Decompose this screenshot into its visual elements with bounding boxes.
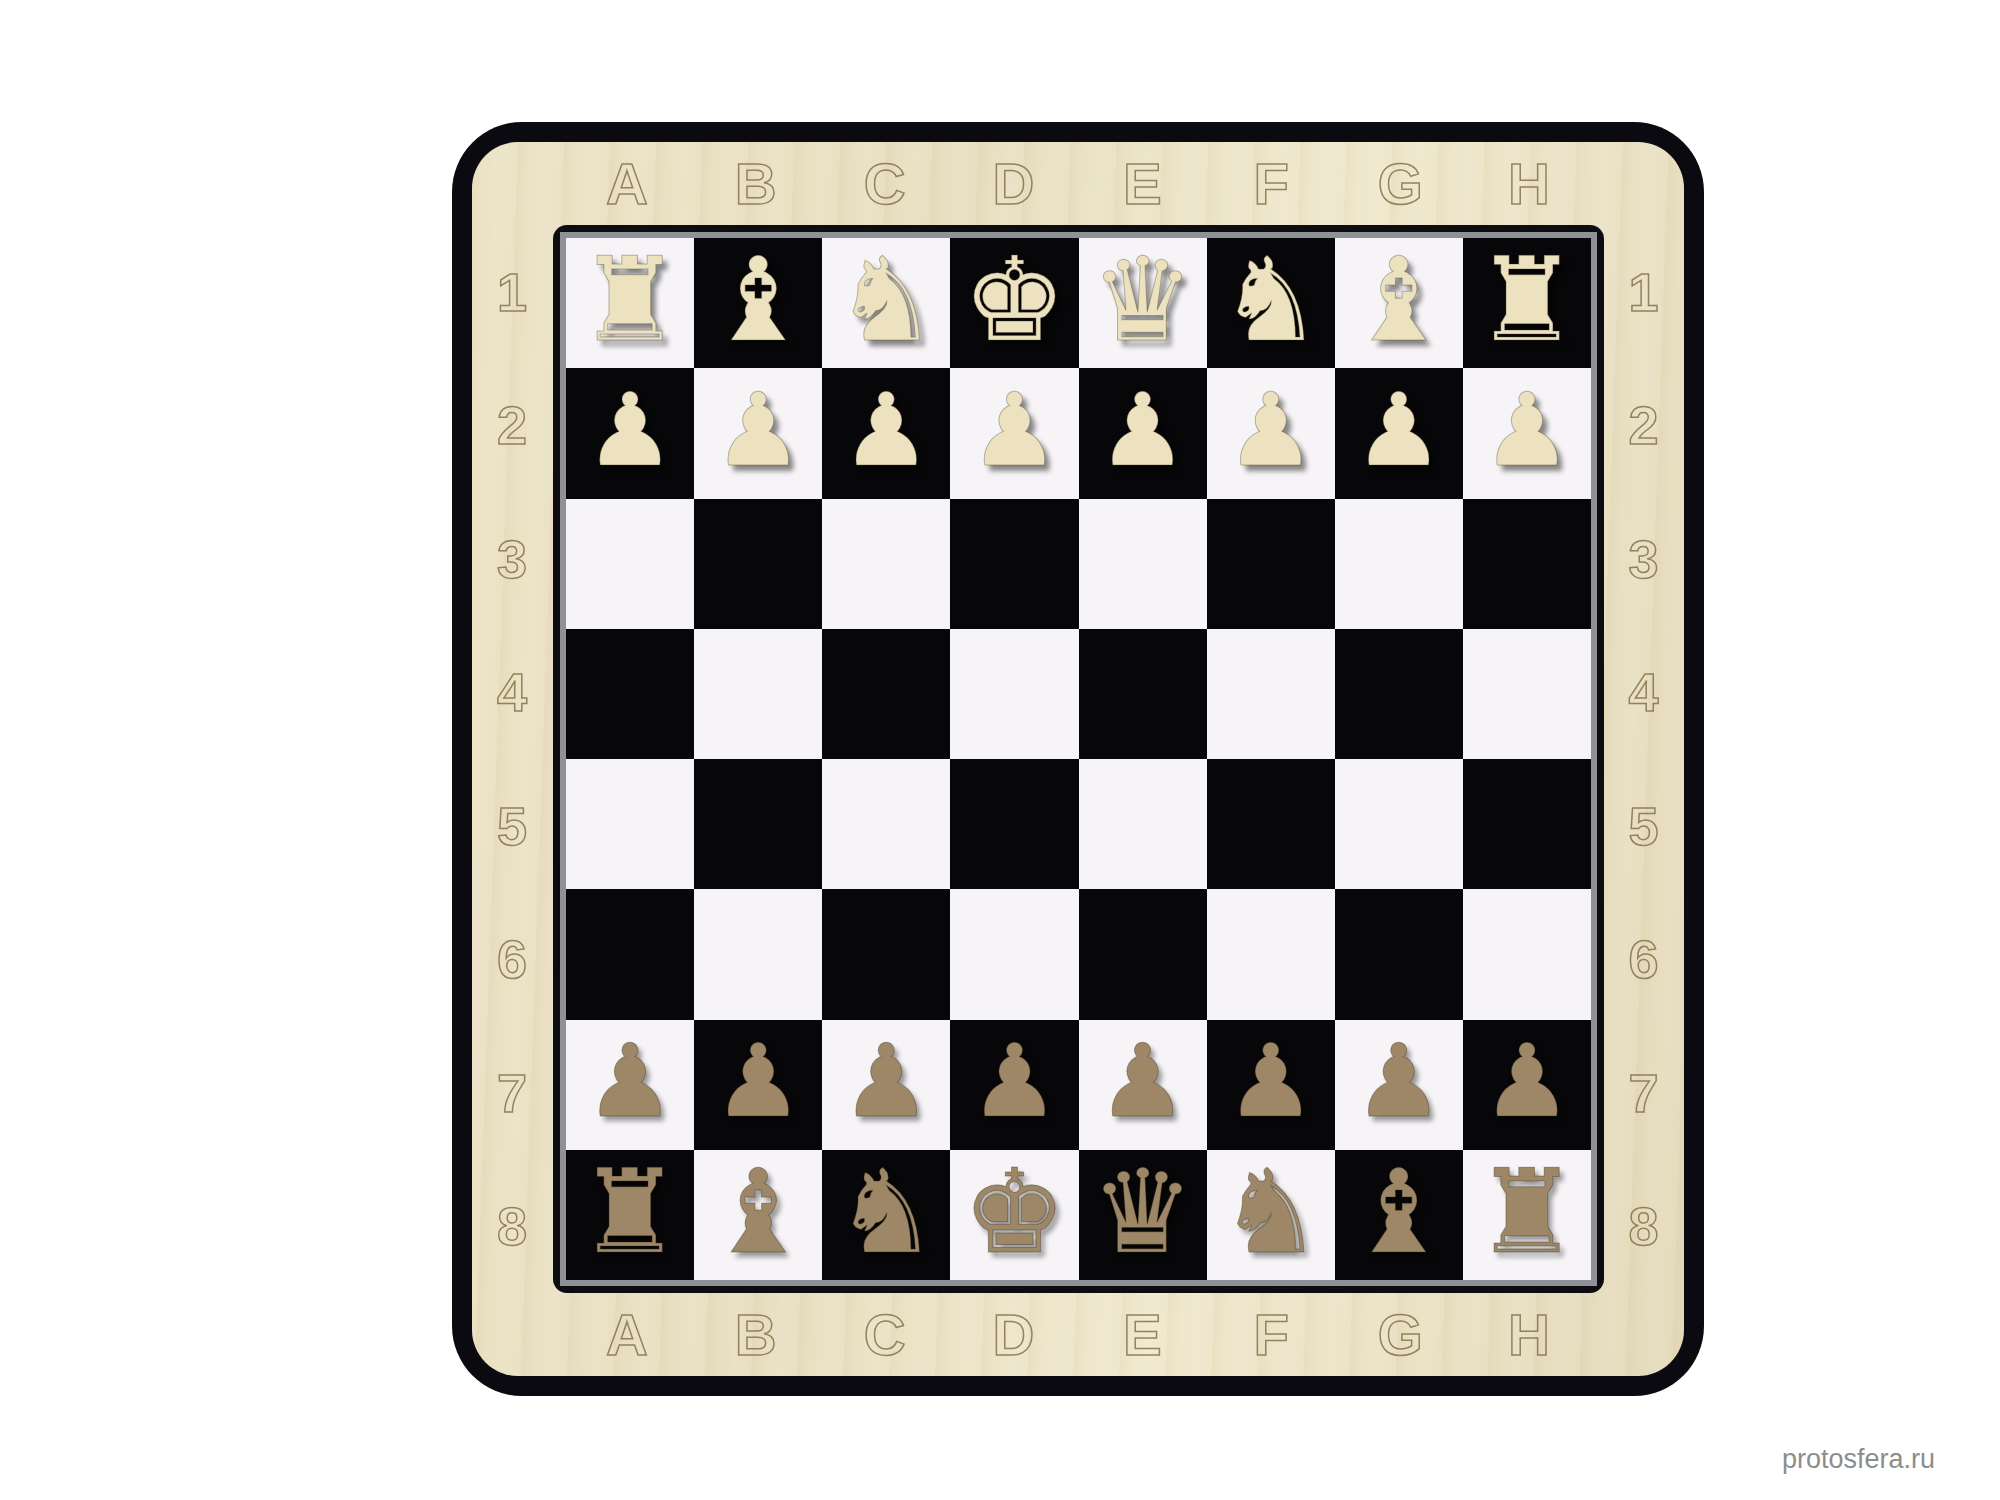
square-e6[interactable]: [1079, 889, 1207, 1019]
square-g4[interactable]: [1335, 629, 1463, 759]
file-label-b: B: [692, 142, 821, 225]
square-h4[interactable]: [1463, 629, 1591, 759]
square-c5[interactable]: [822, 759, 950, 889]
rank-label-5: 5: [1604, 759, 1684, 893]
file-label-a: A: [563, 1293, 692, 1376]
file-label-e: E: [1079, 142, 1208, 225]
piece-light-rook-h1[interactable]: ♜: [1475, 242, 1579, 358]
rank-label-2: 2: [1604, 359, 1684, 493]
rank-label-6: 6: [472, 893, 553, 1027]
rank-label-7: 7: [1604, 1026, 1684, 1160]
rank-labels-left: 12345678: [472, 225, 553, 1293]
square-h8[interactable]: ♜: [1463, 1150, 1591, 1280]
square-f5[interactable]: [1207, 759, 1335, 889]
square-d7[interactable]: ♟: [950, 1020, 1078, 1150]
piece-dark-king-d8[interactable]: ♚: [962, 1154, 1066, 1270]
square-a4[interactable]: [566, 629, 694, 759]
rank-label-8: 8: [472, 1160, 553, 1294]
square-d6[interactable]: [950, 889, 1078, 1019]
square-f6[interactable]: [1207, 889, 1335, 1019]
square-a8[interactable]: ♜: [566, 1150, 694, 1280]
square-g8[interactable]: ♝: [1335, 1150, 1463, 1280]
rank-labels-right: 12345678: [1604, 225, 1684, 1293]
piece-dark-pawn-d7[interactable]: ♟: [969, 1031, 1060, 1132]
file-label-g: G: [1336, 1293, 1465, 1376]
piece-dark-queen-e8[interactable]: ♛: [1091, 1154, 1195, 1270]
watermark: protosfera.ru: [1782, 1444, 1992, 1475]
rank-label-1: 1: [472, 225, 553, 359]
piece-light-pawn-f2[interactable]: ♟: [1225, 380, 1316, 481]
file-label-e: E: [1079, 1293, 1208, 1376]
file-label-g: G: [1336, 142, 1465, 225]
file-label-a: A: [563, 142, 692, 225]
square-b3[interactable]: [694, 499, 822, 629]
file-label-c: C: [821, 142, 950, 225]
square-g7[interactable]: ♟: [1335, 1020, 1463, 1150]
square-e2[interactable]: ♟: [1079, 368, 1207, 498]
piece-dark-knight-c8[interactable]: ♞: [834, 1154, 938, 1270]
square-b2[interactable]: ♟: [694, 368, 822, 498]
square-c2[interactable]: ♟: [822, 368, 950, 498]
square-d1[interactable]: ♚: [950, 238, 1078, 368]
square-d4[interactable]: [950, 629, 1078, 759]
square-d8[interactable]: ♚: [950, 1150, 1078, 1280]
piece-light-bishop-g1[interactable]: ♝: [1347, 242, 1451, 358]
square-g1[interactable]: ♝: [1335, 238, 1463, 368]
square-c1[interactable]: ♞: [822, 238, 950, 368]
rank-label-1: 1: [1604, 225, 1684, 359]
file-label-d: D: [950, 142, 1079, 225]
piece-light-pawn-d2[interactable]: ♟: [969, 380, 1060, 481]
piece-dark-pawn-g7[interactable]: ♟: [1354, 1031, 1445, 1132]
rank-label-3: 3: [472, 492, 553, 626]
square-f1[interactable]: ♞: [1207, 238, 1335, 368]
piece-dark-pawn-e7[interactable]: ♟: [1097, 1031, 1188, 1132]
file-label-d: D: [950, 1293, 1079, 1376]
piece-light-knight-f1[interactable]: ♞: [1219, 242, 1323, 358]
square-g3[interactable]: [1335, 499, 1463, 629]
rank-label-4: 4: [1604, 626, 1684, 760]
piece-dark-knight-f8[interactable]: ♞: [1219, 1154, 1323, 1270]
square-c8[interactable]: ♞: [822, 1150, 950, 1280]
rank-label-4: 4: [472, 626, 553, 760]
piece-dark-rook-h8[interactable]: ♜: [1475, 1154, 1579, 1270]
square-e1[interactable]: ♛: [1079, 238, 1207, 368]
piece-light-rook-a1[interactable]: ♜: [578, 242, 682, 358]
file-label-h: H: [1465, 142, 1594, 225]
square-a7[interactable]: ♟: [566, 1020, 694, 1150]
rank-label-7: 7: [472, 1026, 553, 1160]
piece-dark-pawn-c7[interactable]: ♟: [841, 1031, 932, 1132]
piece-light-knight-c1[interactable]: ♞: [834, 242, 938, 358]
square-c4[interactable]: [822, 629, 950, 759]
square-c7[interactable]: ♟: [822, 1020, 950, 1150]
piece-light-pawn-h2[interactable]: ♟: [1482, 380, 1573, 481]
file-label-b: B: [692, 1293, 821, 1376]
piece-light-queen-e1[interactable]: ♛: [1091, 242, 1195, 358]
square-f7[interactable]: ♟: [1207, 1020, 1335, 1150]
square-h2[interactable]: ♟: [1463, 368, 1591, 498]
square-b5[interactable]: [694, 759, 822, 889]
rank-label-3: 3: [1604, 492, 1684, 626]
square-f4[interactable]: [1207, 629, 1335, 759]
square-e4[interactable]: [1079, 629, 1207, 759]
file-label-h: H: [1465, 1293, 1594, 1376]
square-d5[interactable]: [950, 759, 1078, 889]
square-h1[interactable]: ♜: [1463, 238, 1591, 368]
square-a6[interactable]: [566, 889, 694, 1019]
board-inner-frame: ♜♝♞♚♛♞♝♜♟♟♟♟♟♟♟♟♟♟♟♟♟♟♟♟♜♝♞♚♛♞♝♜: [553, 225, 1604, 1293]
square-b1[interactable]: ♝: [694, 238, 822, 368]
playing-field: ♜♝♞♚♛♞♝♜♟♟♟♟♟♟♟♟♟♟♟♟♟♟♟♟♜♝♞♚♛♞♝♜: [560, 232, 1597, 1286]
square-d2[interactable]: ♟: [950, 368, 1078, 498]
piece-dark-rook-a8[interactable]: ♜: [578, 1154, 682, 1270]
square-a5[interactable]: [566, 759, 694, 889]
rank-label-5: 5: [472, 759, 553, 893]
piece-dark-pawn-a7[interactable]: ♟: [585, 1031, 676, 1132]
square-e8[interactable]: ♛: [1079, 1150, 1207, 1280]
square-b7[interactable]: ♟: [694, 1020, 822, 1150]
square-e3[interactable]: [1079, 499, 1207, 629]
square-b6[interactable]: [694, 889, 822, 1019]
square-h6[interactable]: [1463, 889, 1591, 1019]
wood-frame: ABCDEFGH ABCDEFGH 12345678 12345678 ♜♝♞♚…: [472, 142, 1684, 1376]
rank-label-2: 2: [472, 359, 553, 493]
piece-dark-pawn-b7[interactable]: ♟: [713, 1031, 804, 1132]
file-label-f: F: [1207, 1293, 1336, 1376]
rank-label-8: 8: [1604, 1160, 1684, 1294]
piece-dark-pawn-f7[interactable]: ♟: [1225, 1031, 1316, 1132]
piece-dark-bishop-g8[interactable]: ♝: [1347, 1154, 1451, 1270]
square-g5[interactable]: [1335, 759, 1463, 889]
square-b8[interactable]: ♝: [694, 1150, 822, 1280]
piece-light-pawn-g2[interactable]: ♟: [1354, 380, 1445, 481]
square-g2[interactable]: ♟: [1335, 368, 1463, 498]
piece-light-bishop-b1[interactable]: ♝: [706, 242, 810, 358]
square-c6[interactable]: [822, 889, 950, 1019]
piece-light-pawn-a2[interactable]: ♟: [585, 380, 676, 481]
square-e5[interactable]: [1079, 759, 1207, 889]
piece-dark-bishop-b8[interactable]: ♝: [706, 1154, 810, 1270]
square-f2[interactable]: ♟: [1207, 368, 1335, 498]
square-a2[interactable]: ♟: [566, 368, 694, 498]
square-g6[interactable]: [1335, 889, 1463, 1019]
square-h3[interactable]: [1463, 499, 1591, 629]
board-outer-edge: ABCDEFGH ABCDEFGH 12345678 12345678 ♜♝♞♚…: [452, 122, 1704, 1396]
square-f3[interactable]: [1207, 499, 1335, 629]
square-a1[interactable]: ♜: [566, 238, 694, 368]
file-label-f: F: [1207, 142, 1336, 225]
square-h5[interactable]: [1463, 759, 1591, 889]
square-f8[interactable]: ♞: [1207, 1150, 1335, 1280]
file-labels-top: ABCDEFGH: [563, 142, 1594, 225]
rank-label-6: 6: [1604, 893, 1684, 1027]
square-d3[interactable]: [950, 499, 1078, 629]
piece-dark-pawn-h7[interactable]: ♟: [1482, 1031, 1573, 1132]
file-labels-bottom: ABCDEFGH: [563, 1293, 1594, 1376]
piece-light-pawn-b2[interactable]: ♟: [713, 380, 804, 481]
square-e7[interactable]: ♟: [1079, 1020, 1207, 1150]
file-label-c: C: [821, 1293, 950, 1376]
square-c3[interactable]: [822, 499, 950, 629]
square-h7[interactable]: ♟: [1463, 1020, 1591, 1150]
square-b4[interactable]: [694, 629, 822, 759]
square-a3[interactable]: [566, 499, 694, 629]
piece-light-king-d1[interactable]: ♚: [962, 242, 1066, 358]
piece-light-pawn-c2[interactable]: ♟: [841, 380, 932, 481]
piece-light-pawn-e2[interactable]: ♟: [1097, 380, 1188, 481]
